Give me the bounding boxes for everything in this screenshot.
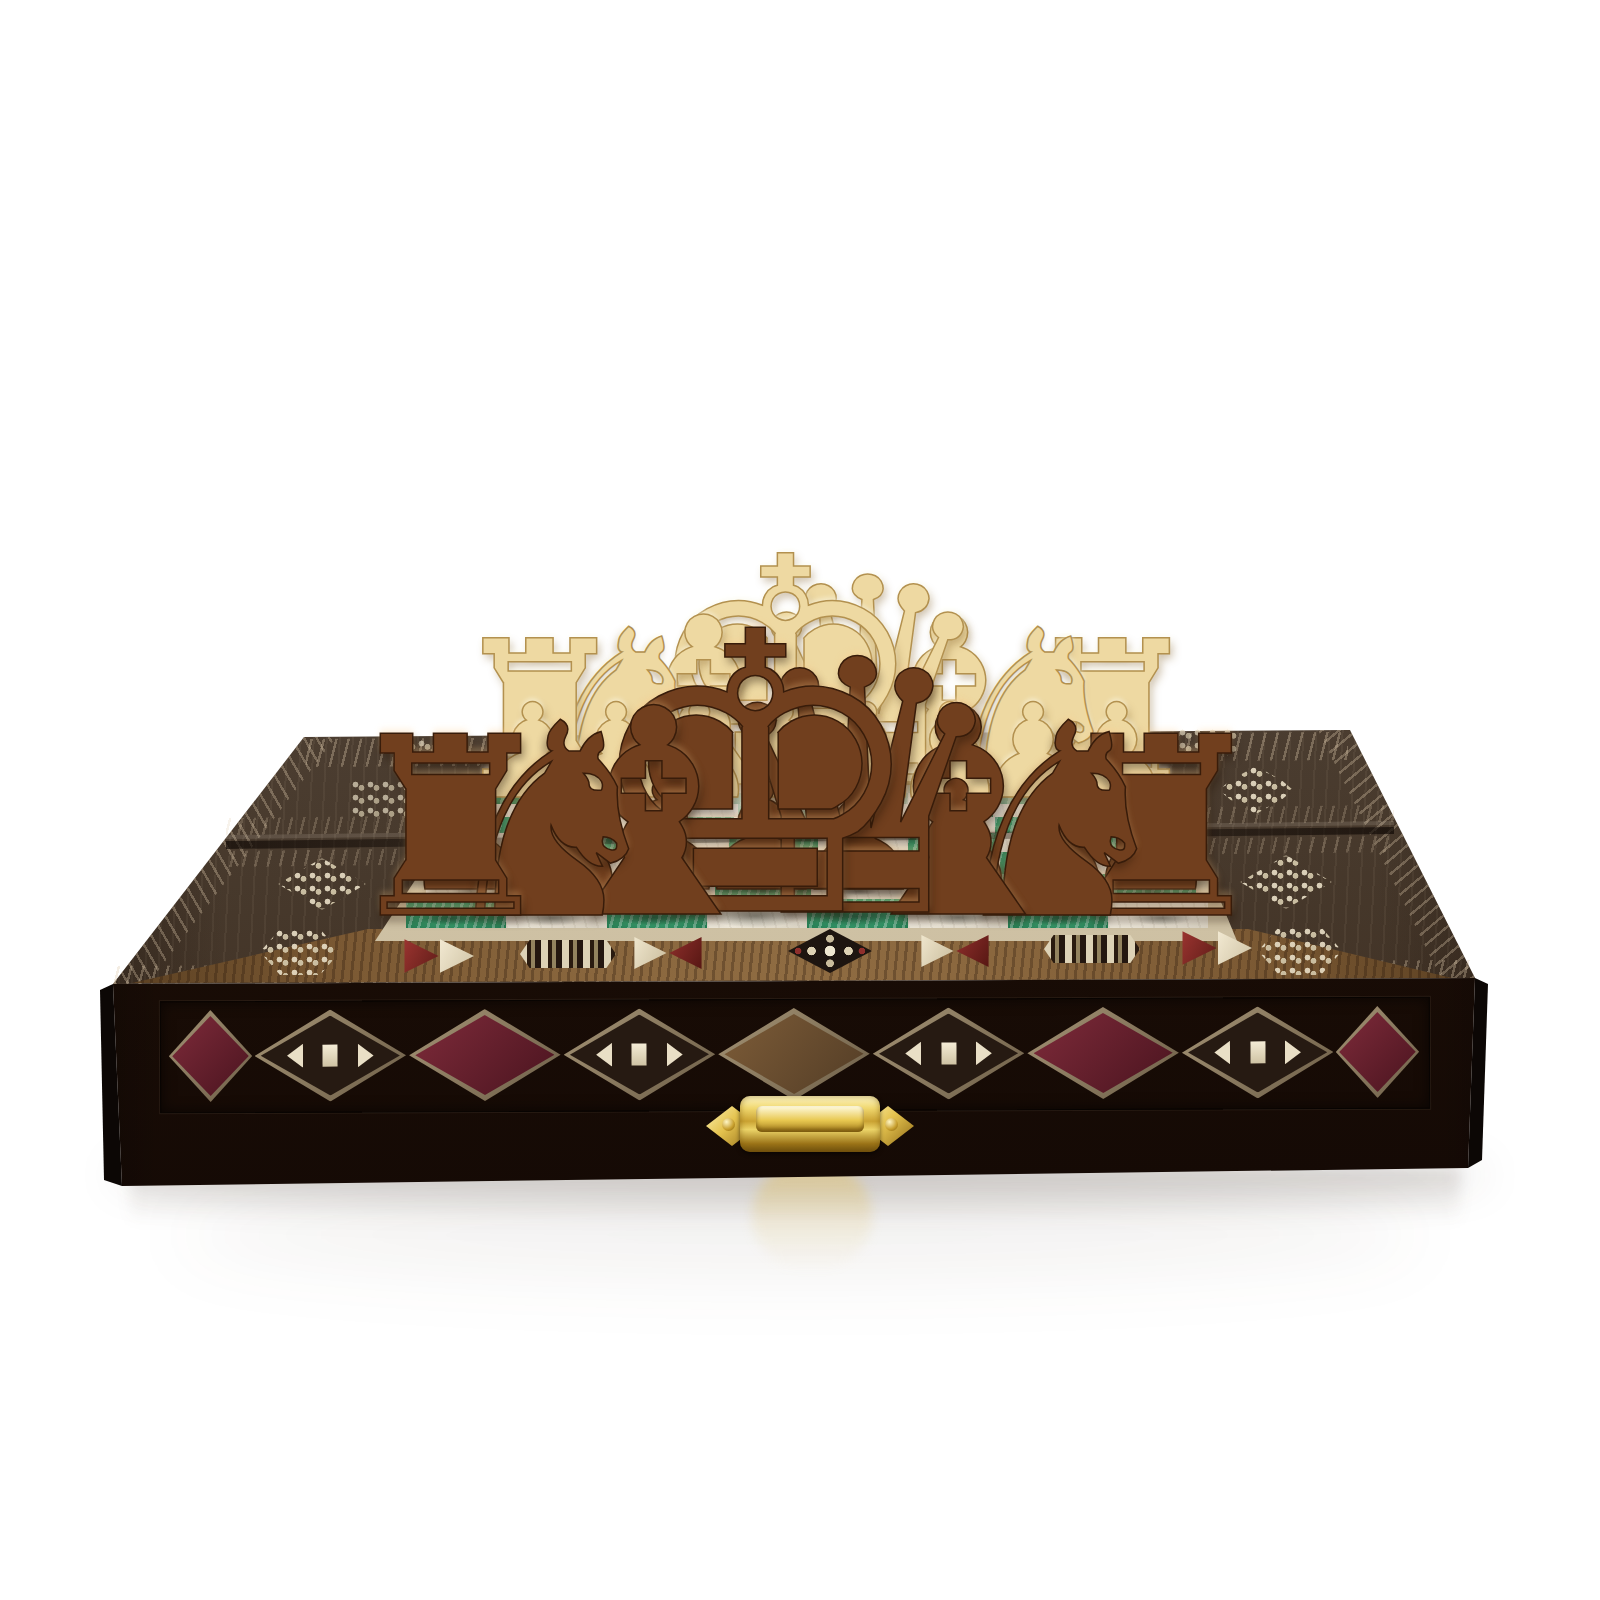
apron-motif-triangle (403, 936, 477, 976)
chess-box-product-photo: ♜♞♝♛♚♝♞♜♟♟♟♟♟♟♟♟♟♟♟♟♟♟♟♟♜♞♝♛♚♝♞♜ (0, 0, 1600, 1600)
clasp-latch-bar (756, 1106, 864, 1132)
band-diamond-pearl (253, 1005, 408, 1106)
apron-motif-triangle (1181, 928, 1255, 968)
piece-contact-shadow (664, 778, 744, 797)
pearl-motif-scatter (351, 780, 409, 820)
piece-contact-shadow (1078, 779, 1147, 796)
pearl-motif-scatter (1178, 728, 1238, 756)
piece-contact-shadow (689, 900, 822, 932)
band-diamond-pearl (562, 1004, 717, 1105)
square-e6 (722, 852, 815, 874)
brass-clasp (712, 1094, 908, 1156)
piece-contact-shadow (731, 773, 839, 799)
apron-motif-chain (520, 940, 616, 968)
apron-motif-bowtie (920, 932, 990, 970)
piece-contact-shadow (506, 907, 598, 929)
band-diamond-pearl (871, 1003, 1026, 1104)
piece-contact-shadow (1119, 908, 1205, 928)
square-d6 (815, 852, 908, 874)
pearl-motif-scatter (402, 739, 458, 765)
piece-contact-shadow (604, 906, 702, 930)
board-rank-6 (444, 852, 1186, 874)
band-diamond-pearl (1180, 1002, 1335, 1103)
band-diamond-maroon (407, 1005, 562, 1106)
apron-motif-bowtie (633, 934, 703, 972)
piece-contact-shadow (505, 779, 574, 796)
square-c6 (908, 852, 1001, 874)
square-h6 (444, 852, 537, 874)
band-diamond-maroon (1026, 1003, 1181, 1104)
front-inlay-band (168, 1002, 1420, 1106)
apron-motif-chain (1044, 935, 1140, 963)
piece-contact-shadow (909, 906, 1007, 930)
band-diamond-brown (717, 1004, 872, 1105)
piece-contact-shadow (408, 908, 494, 928)
square-a6 (1093, 852, 1186, 874)
board-rank-7 (426, 874, 1196, 899)
band-diamond-half (168, 1006, 253, 1106)
piece-contact-shadow (909, 778, 989, 797)
square-f6 (630, 852, 723, 874)
piece-contact-shadow (1014, 907, 1106, 929)
clasp-left-screw (722, 1118, 735, 1131)
square-b6 (1000, 852, 1093, 874)
clasp-right-screw (885, 1118, 898, 1131)
band-diamond-half (1335, 1002, 1420, 1102)
square-g6 (537, 852, 630, 874)
